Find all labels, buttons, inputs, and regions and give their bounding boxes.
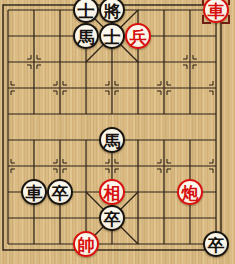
piece-glyph: 相 — [104, 184, 121, 201]
black-advisor[interactable]: 士 — [99, 23, 125, 49]
black-advisor[interactable]: 士 — [73, 0, 99, 23]
black-chariot[interactable]: 車 — [21, 179, 47, 205]
red-general[interactable]: 帥 — [73, 231, 99, 257]
xiangqi-board[interactable]: 士將車馬士兵馬車卒相炮卒帥卒 — [0, 0, 235, 264]
piece-glyph: 士 — [78, 2, 95, 19]
piece-glyph: 馬 — [104, 132, 121, 149]
piece-glyph: 車 — [208, 2, 225, 19]
black-horse[interactable]: 馬 — [99, 127, 125, 153]
piece-glyph: 卒 — [52, 184, 69, 201]
piece-glyph: 車 — [26, 184, 43, 201]
piece-glyph: 帥 — [78, 236, 95, 253]
black-horse[interactable]: 馬 — [73, 23, 99, 49]
piece-glyph: 將 — [104, 2, 121, 19]
black-general[interactable]: 將 — [99, 0, 125, 23]
black-soldier[interactable]: 卒 — [99, 205, 125, 231]
piece-glyph: 卒 — [208, 236, 225, 253]
black-soldier[interactable]: 卒 — [47, 179, 73, 205]
black-soldier[interactable]: 卒 — [203, 231, 229, 257]
piece-glyph: 炮 — [182, 184, 199, 201]
piece-glyph: 兵 — [130, 28, 147, 45]
piece-glyph: 馬 — [78, 28, 95, 45]
red-elephant[interactable]: 相 — [99, 179, 125, 205]
red-chariot[interactable]: 車 — [203, 0, 229, 23]
piece-glyph: 士 — [104, 28, 121, 45]
red-soldier[interactable]: 兵 — [125, 23, 151, 49]
red-cannon[interactable]: 炮 — [177, 179, 203, 205]
pieces-layer: 士將車馬士兵馬車卒相炮卒帥卒 — [0, 0, 229, 257]
piece-glyph: 卒 — [104, 210, 121, 227]
